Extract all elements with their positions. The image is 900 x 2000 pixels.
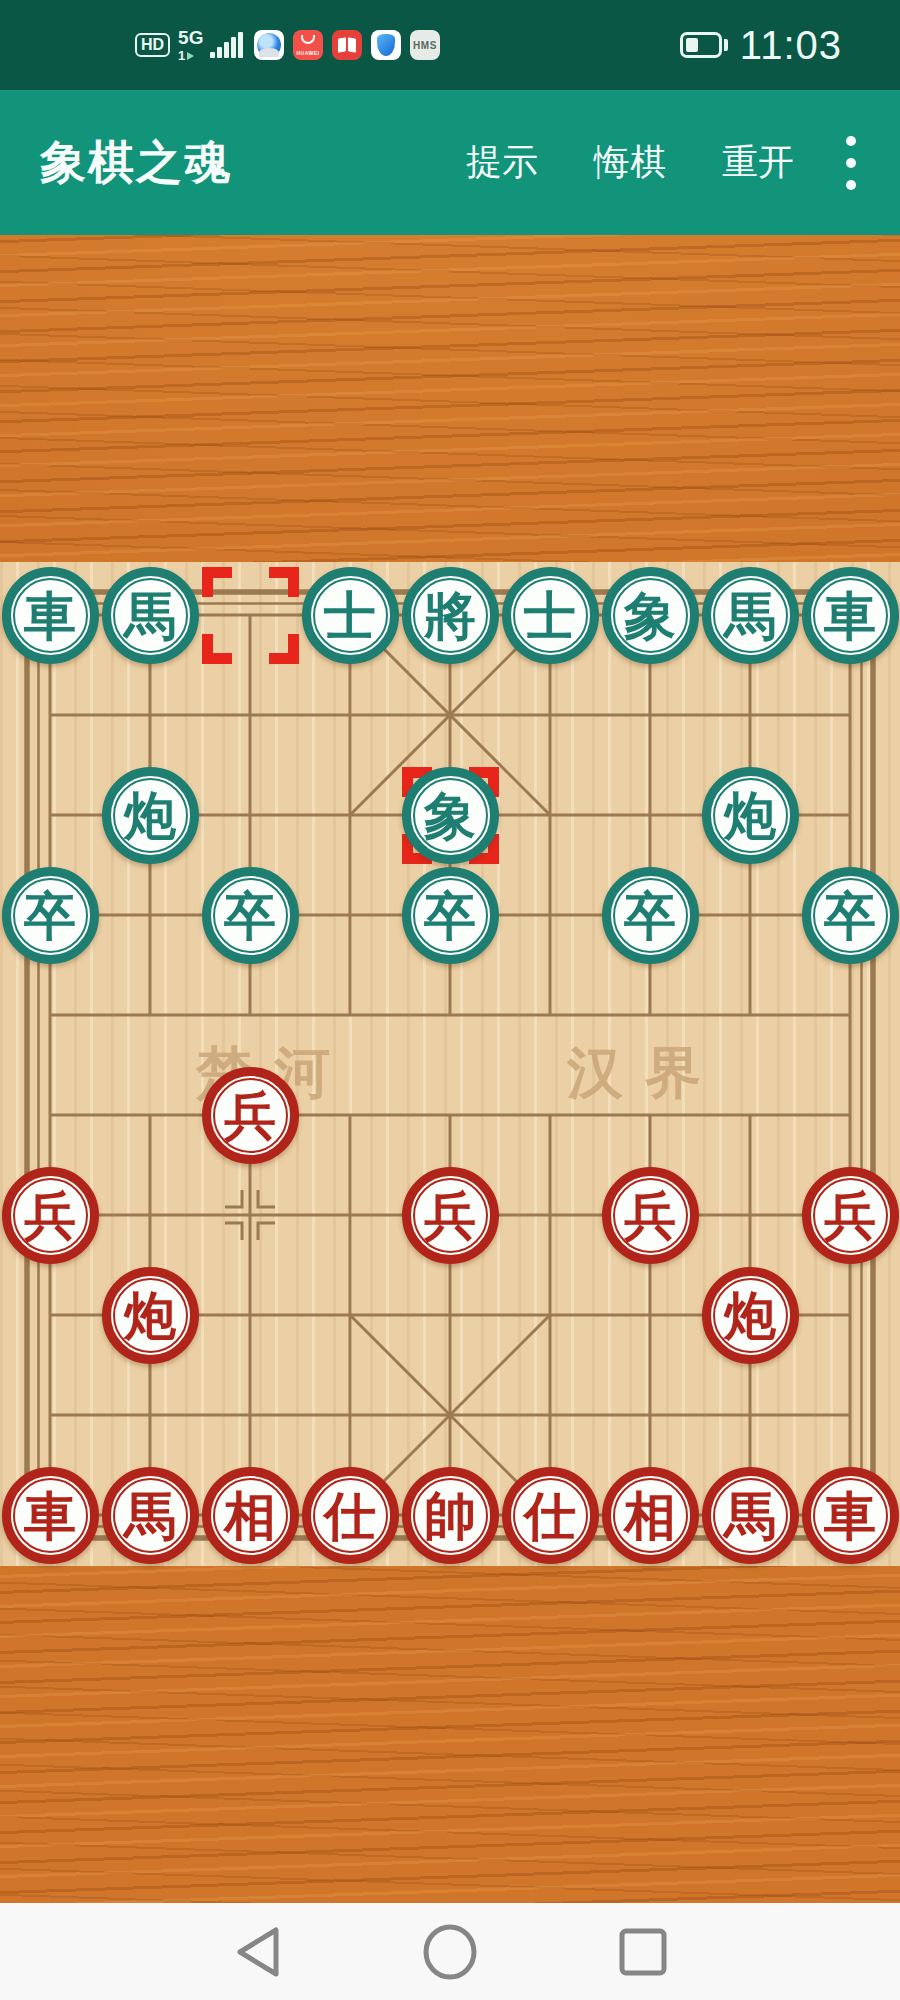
hd-badge-icon: HD bbox=[135, 33, 170, 57]
nav-back-icon[interactable] bbox=[240, 1930, 276, 1974]
app-bar-actions: 提示 悔棋 重开 bbox=[466, 138, 794, 187]
piece-red-advisor[interactable]: 仕 bbox=[302, 1467, 399, 1564]
piece-black-cannon[interactable]: 炮 bbox=[102, 767, 199, 864]
piece-red-elephant[interactable]: 相 bbox=[202, 1467, 299, 1564]
battery-fill bbox=[686, 38, 699, 52]
piece-black-soldier[interactable]: 卒 bbox=[202, 867, 299, 964]
app-title: 象棋之魂 bbox=[40, 132, 232, 194]
network-type-label: 5G bbox=[178, 28, 203, 47]
piece-red-horse[interactable]: 馬 bbox=[102, 1467, 199, 1564]
piece-red-general[interactable]: 帥 bbox=[402, 1467, 499, 1564]
piece-red-elephant[interactable]: 相 bbox=[602, 1467, 699, 1564]
piece-black-soldier[interactable]: 卒 bbox=[2, 867, 99, 964]
piece-black-chariot[interactable]: 車 bbox=[802, 567, 899, 664]
piece-black-elephant[interactable]: 象 bbox=[402, 767, 499, 864]
piece-black-cannon[interactable]: 炮 bbox=[702, 767, 799, 864]
piece-red-horse[interactable]: 馬 bbox=[702, 1467, 799, 1564]
piece-red-soldier[interactable]: 兵 bbox=[402, 1167, 499, 1264]
appgallery-app-icon: HUAWEI bbox=[293, 30, 323, 60]
app-bar: 象棋之魂 提示 悔棋 重开 bbox=[0, 90, 900, 235]
piece-black-soldier[interactable]: 卒 bbox=[602, 867, 699, 964]
piece-black-soldier[interactable]: 卒 bbox=[402, 867, 499, 964]
piece-red-soldier[interactable]: 兵 bbox=[2, 1167, 99, 1264]
piece-black-horse[interactable]: 馬 bbox=[702, 567, 799, 664]
data-arrow-icon bbox=[187, 52, 194, 60]
nav-recents-icon[interactable] bbox=[622, 1931, 664, 1973]
security-shield-icon bbox=[371, 30, 401, 60]
clock-time: 11:03 bbox=[740, 23, 842, 68]
piece-black-advisor[interactable]: 士 bbox=[302, 567, 399, 664]
piece-black-chariot[interactable]: 車 bbox=[2, 567, 99, 664]
hms-badge-icon: HMS bbox=[410, 30, 440, 60]
restart-button[interactable]: 重开 bbox=[722, 138, 794, 187]
hint-button[interactable]: 提示 bbox=[466, 138, 538, 187]
piece-black-advisor[interactable]: 士 bbox=[502, 567, 599, 664]
river-label-han-jie: 汉界 bbox=[567, 1036, 723, 1112]
piece-red-cannon[interactable]: 炮 bbox=[102, 1267, 199, 1364]
piece-black-horse[interactable]: 馬 bbox=[102, 567, 199, 664]
undo-move-button[interactable]: 悔棋 bbox=[594, 138, 666, 187]
board-grid bbox=[0, 562, 900, 1566]
appgallery-label: HUAWEI bbox=[293, 50, 323, 56]
xiangqi-board[interactable]: 楚河 汉界 車馬士將士象馬車炮象炮卒卒卒卒卒兵兵兵兵兵炮炮車馬相仕帥仕相馬車 bbox=[0, 562, 900, 1566]
browser-app-icon bbox=[254, 30, 284, 60]
piece-black-soldier[interactable]: 卒 bbox=[802, 867, 899, 964]
sim-number-label: 1 bbox=[178, 49, 185, 62]
piece-red-chariot[interactable]: 車 bbox=[2, 1467, 99, 1564]
battery-icon bbox=[680, 32, 728, 58]
phone-screen: HD 5G 1 HUAWEI bbox=[0, 0, 900, 2000]
network-indicator: 5G 1 bbox=[178, 28, 203, 62]
piece-red-soldier[interactable]: 兵 bbox=[202, 1067, 299, 1164]
piece-black-general[interactable]: 將 bbox=[402, 567, 499, 664]
piece-red-cannon[interactable]: 炮 bbox=[702, 1267, 799, 1364]
nav-home-icon[interactable] bbox=[426, 1927, 474, 1977]
notification-icons: HUAWEI HMS bbox=[254, 30, 440, 60]
piece-red-soldier[interactable]: 兵 bbox=[802, 1167, 899, 1264]
piece-red-chariot[interactable]: 車 bbox=[802, 1467, 899, 1564]
piece-red-advisor[interactable]: 仕 bbox=[502, 1467, 599, 1564]
status-bar: HD 5G 1 HUAWEI bbox=[0, 0, 900, 90]
navigation-bar bbox=[0, 1903, 900, 2000]
signal-bars-icon bbox=[210, 32, 243, 58]
piece-red-soldier[interactable]: 兵 bbox=[602, 1167, 699, 1264]
overflow-menu-icon[interactable] bbox=[846, 136, 856, 190]
piece-black-elephant[interactable]: 象 bbox=[602, 567, 699, 664]
reader-app-icon bbox=[332, 30, 362, 60]
